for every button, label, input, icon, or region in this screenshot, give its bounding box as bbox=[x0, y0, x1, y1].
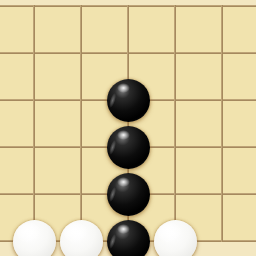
grid-line-vertical bbox=[174, 5, 176, 242]
grid-line-vertical bbox=[80, 5, 82, 242]
black-stone bbox=[107, 126, 150, 169]
white-stone bbox=[154, 220, 197, 256]
black-stone bbox=[107, 220, 150, 256]
white-stone bbox=[60, 220, 103, 256]
grid-line-vertical bbox=[33, 5, 35, 242]
white-stone bbox=[13, 220, 56, 256]
black-stone bbox=[107, 173, 150, 216]
black-stone bbox=[107, 79, 150, 122]
grid-line-vertical bbox=[221, 5, 223, 242]
go-board[interactable] bbox=[0, 0, 256, 256]
